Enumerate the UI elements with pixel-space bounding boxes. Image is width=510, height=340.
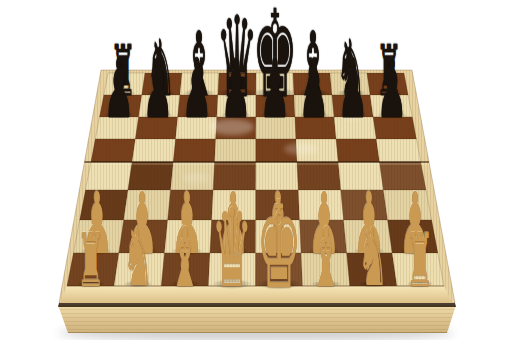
piece-black-pawn-d7[interactable]: ♟	[221, 48, 252, 130]
piece-black-pawn-f7[interactable]: ♟	[299, 48, 330, 130]
piece-black-pawn-b7[interactable]: ♟	[143, 48, 174, 130]
piece-white-bishop-f1[interactable]: ♝	[311, 217, 342, 299]
piece-black-pawn-c7[interactable]: ♟	[182, 48, 213, 130]
chess-set-photo: ♜♞♝♛♚♝♞♜♟♟♟♟♟♟♟♟♟♟♟♟♟♟♟♟♜♞♝♛♚♝♞♜	[0, 0, 510, 340]
piece-white-queen-d1[interactable]: ♛	[212, 195, 253, 303]
piece-black-pawn-a7[interactable]: ♟	[104, 48, 135, 130]
piece-white-knight-b1[interactable]: ♞	[123, 218, 153, 298]
piece-white-bishop-c1[interactable]: ♝	[170, 217, 201, 299]
piece-white-king-e1[interactable]: ♚	[256, 186, 301, 306]
piece-black-pawn-e7[interactable]: ♟	[260, 48, 291, 130]
pieces-layer: ♜♞♝♛♚♝♞♜♟♟♟♟♟♟♟♟♟♟♟♟♟♟♟♟♜♞♝♛♚♝♞♜	[0, 0, 510, 340]
piece-white-knight-g1[interactable]: ♞	[358, 218, 388, 298]
piece-black-pawn-g7[interactable]: ♟	[338, 48, 369, 130]
piece-white-rook-a1[interactable]: ♜	[77, 223, 105, 297]
piece-black-pawn-h7[interactable]: ♟	[377, 48, 408, 130]
piece-white-rook-h1[interactable]: ♜	[406, 223, 434, 297]
